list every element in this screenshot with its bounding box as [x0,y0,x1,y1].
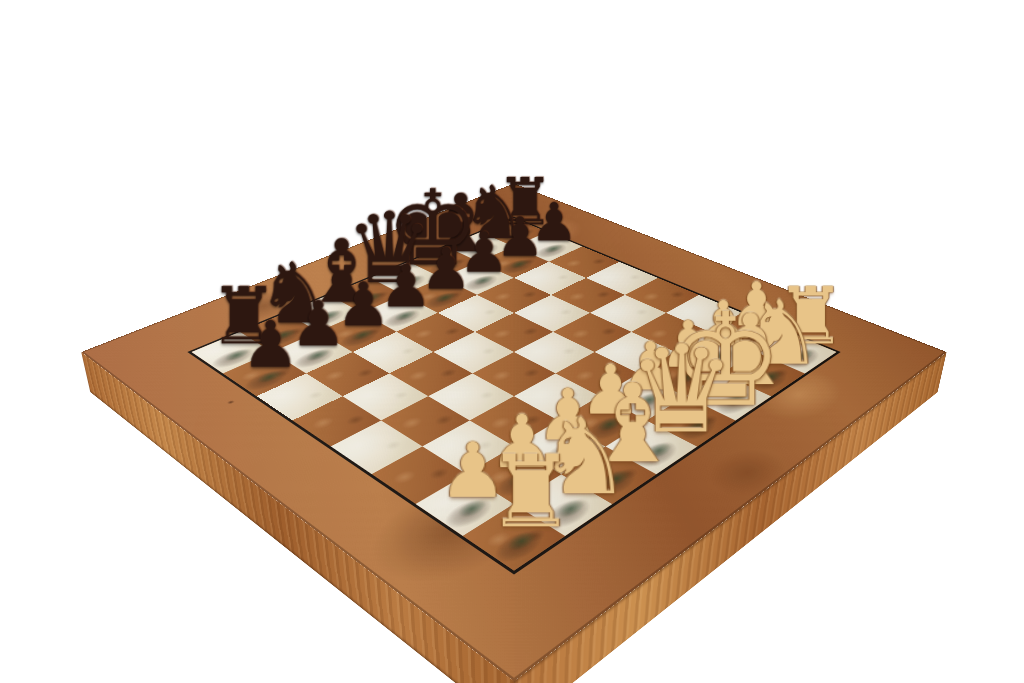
chess-board: ♜♞♝♛♚♝♞♜♟♟♟♟♟♟♟♟♟♟♟♟♟♟♟♟♜♞♝♛♚♝♞♜ [81,183,946,681]
board-top-face: ♜♞♝♛♚♝♞♜♟♟♟♟♟♟♟♟♟♟♟♟♟♟♟♟♜♞♝♛♚♝♞♜ [81,183,946,681]
piece-white-rook-a1[interactable]: ♜ [486,442,559,541]
piece-black-pawn-a7[interactable]: ♟ [241,313,300,377]
photo-backdrop: ♜♞♝♛♚♝♞♜♟♟♟♟♟♟♟♟♟♟♟♟♟♟♟♟♜♞♝♛♚♝♞♜ [0,0,1024,683]
